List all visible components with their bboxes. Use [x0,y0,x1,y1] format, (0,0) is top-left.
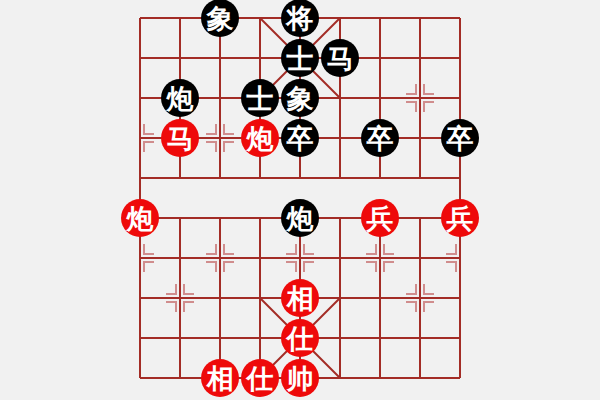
black-elephant-2[interactable]: 象 [281,79,319,117]
red-elephant-1[interactable]: 相 [281,279,319,317]
black-advisor-2[interactable]: 士 [241,79,279,117]
black-soldier-3[interactable]: 卒 [441,119,479,157]
red-cannon-1[interactable]: 炮 [241,119,279,157]
red-horse-1[interactable]: 马 [161,119,199,157]
red-advisor-1[interactable]: 仕 [281,319,319,357]
black-cannon-1[interactable]: 炮 [161,79,199,117]
red-general[interactable]: 帅 [281,359,319,397]
xiangqi-board[interactable]: 象将士马炮士象马炮卒卒卒炮炮兵兵相仕相仕帅 [0,0,600,400]
black-horse-1[interactable]: 马 [321,39,359,77]
black-general[interactable]: 将 [281,0,319,37]
black-advisor-1[interactable]: 士 [281,39,319,77]
black-cannon-2[interactable]: 炮 [281,199,319,237]
black-elephant-1[interactable]: 象 [201,0,239,37]
board-grid[interactable]: 象将士马炮士象马炮卒卒卒炮炮兵兵相仕相仕帅 [120,0,480,398]
black-soldier-1[interactable]: 卒 [281,119,319,157]
red-advisor-2[interactable]: 仕 [241,359,279,397]
red-soldier-1[interactable]: 兵 [361,199,399,237]
red-soldier-2[interactable]: 兵 [441,199,479,237]
red-cannon-2[interactable]: 炮 [121,199,159,237]
red-elephant-2[interactable]: 相 [201,359,239,397]
black-soldier-2[interactable]: 卒 [361,119,399,157]
